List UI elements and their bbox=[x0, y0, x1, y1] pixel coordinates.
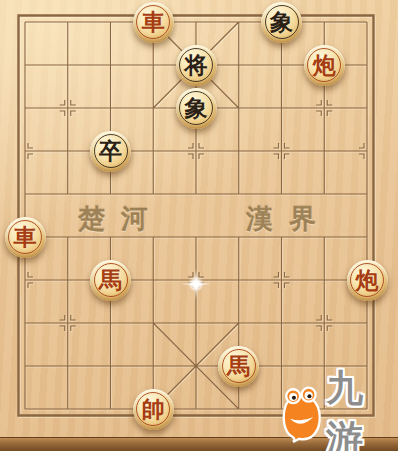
black-general-piece[interactable]: 将 bbox=[176, 45, 217, 86]
piece-glyph: 馬 bbox=[99, 269, 122, 292]
jiuyou-mascot-icon bbox=[280, 383, 323, 445]
black-soldier-piece[interactable]: 卒 bbox=[90, 131, 131, 172]
red-chariot-piece[interactable]: 車 bbox=[133, 2, 174, 43]
piece-glyph: 炮 bbox=[313, 54, 336, 77]
piece-glyph: 馬 bbox=[227, 355, 250, 378]
red-cannon-piece[interactable]: 炮 bbox=[304, 45, 345, 86]
xiangqi-screen: 楚河 漢界 車象将炮象卒車馬炮馬帥 九游 bbox=[0, 0, 398, 451]
red-cannon-piece[interactable]: 炮 bbox=[347, 260, 388, 301]
piece-glyph: 炮 bbox=[356, 269, 379, 292]
watermark-jiuyou: 九游 bbox=[280, 382, 398, 446]
red-general-piece[interactable]: 帥 bbox=[133, 389, 174, 430]
piece-glyph: 車 bbox=[142, 11, 165, 34]
black-elephant-piece[interactable]: 象 bbox=[176, 88, 217, 129]
piece-glyph: 帥 bbox=[142, 398, 165, 421]
piece-glyph: 卒 bbox=[99, 140, 122, 163]
piece-glyph: 将 bbox=[185, 54, 208, 77]
river-label-left: 楚河 bbox=[78, 203, 164, 235]
river-label-right: 漢界 bbox=[246, 203, 332, 235]
red-chariot-piece[interactable]: 車 bbox=[5, 217, 46, 258]
watermark-text: 九游 bbox=[326, 364, 398, 451]
piece-glyph: 象 bbox=[185, 97, 208, 120]
red-horse-piece[interactable]: 馬 bbox=[218, 346, 259, 387]
piece-glyph: 車 bbox=[14, 226, 37, 249]
piece-glyph: 象 bbox=[270, 11, 293, 34]
black-elephant-piece[interactable]: 象 bbox=[261, 2, 302, 43]
red-horse-piece[interactable]: 馬 bbox=[90, 260, 131, 301]
